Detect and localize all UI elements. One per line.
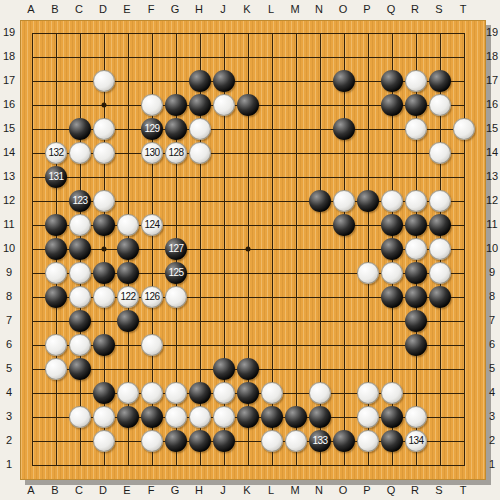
stone-white-D12	[93, 190, 115, 212]
stone-black-K16	[237, 94, 259, 116]
grid-hline	[32, 465, 465, 466]
col-label-top-O: O	[339, 3, 348, 15]
row-label-left-19: 19	[3, 26, 15, 38]
col-label-top-E: E	[123, 3, 130, 15]
stone-black-J5	[213, 358, 235, 380]
stone-black-G10: 127	[165, 238, 187, 260]
stone-white-P3	[357, 406, 379, 428]
go-board[interactable]: 129132130128131123124127125122126133134	[20, 20, 486, 480]
stone-black-Q8	[381, 286, 403, 308]
row-label-left-14: 14	[3, 146, 15, 158]
row-label-right-13: 13	[486, 170, 498, 182]
col-label-bottom-Q: Q	[387, 484, 396, 496]
col-label-bottom-M: M	[290, 484, 299, 496]
stone-white-D3	[93, 406, 115, 428]
stone-white-C8	[69, 286, 91, 308]
move-number-label: 130	[144, 148, 159, 158]
stone-white-E4	[117, 382, 139, 404]
stone-white-H15	[189, 118, 211, 140]
col-label-bottom-C: C	[75, 484, 83, 496]
move-number-label: 127	[168, 244, 183, 254]
stone-white-B14: 132	[45, 142, 67, 164]
stone-black-J17	[213, 70, 235, 92]
stone-white-G4	[165, 382, 187, 404]
col-label-top-Q: Q	[387, 3, 396, 15]
row-label-left-6: 6	[6, 338, 12, 350]
row-label-left-5: 5	[6, 362, 12, 374]
stone-black-R8	[405, 286, 427, 308]
col-label-bottom-H: H	[195, 484, 203, 496]
stone-black-G15	[165, 118, 187, 140]
stone-white-C3	[69, 406, 91, 428]
row-label-left-3: 3	[6, 410, 12, 422]
stone-white-S9	[429, 262, 451, 284]
stone-white-D8	[93, 286, 115, 308]
stone-white-P4	[357, 382, 379, 404]
row-label-right-17: 17	[486, 74, 498, 86]
grid-hline	[32, 321, 465, 322]
stone-white-R3	[405, 406, 427, 428]
stone-black-D11	[93, 214, 115, 236]
move-number-label: 123	[72, 196, 87, 206]
star-point-D10	[102, 247, 107, 252]
row-label-left-15: 15	[3, 122, 15, 134]
stone-white-F11: 124	[141, 214, 163, 236]
col-label-bottom-L: L	[268, 484, 274, 496]
stone-black-G9: 125	[165, 262, 187, 284]
row-label-left-11: 11	[3, 218, 14, 230]
col-label-top-T: T	[460, 3, 467, 15]
row-label-left-7: 7	[6, 314, 12, 326]
stone-white-F14: 130	[141, 142, 163, 164]
move-number-label: 128	[168, 148, 183, 158]
stone-white-D14	[93, 142, 115, 164]
stone-white-C6	[69, 334, 91, 356]
stone-white-T15	[453, 118, 475, 140]
stone-black-D9	[93, 262, 115, 284]
stone-black-M3	[285, 406, 307, 428]
stone-white-P2	[357, 430, 379, 452]
stone-white-Q9	[381, 262, 403, 284]
stone-black-C10	[69, 238, 91, 260]
row-label-right-1: 1	[489, 458, 495, 470]
stone-white-R12	[405, 190, 427, 212]
stone-black-E10	[117, 238, 139, 260]
stone-white-R15	[405, 118, 427, 140]
stone-black-S8	[429, 286, 451, 308]
stone-black-R9	[405, 262, 427, 284]
col-label-top-F: F	[148, 3, 155, 15]
col-label-bottom-E: E	[123, 484, 130, 496]
stone-black-B8	[45, 286, 67, 308]
row-label-right-16: 16	[486, 98, 498, 110]
stone-black-O11	[333, 214, 355, 236]
stone-white-J16	[213, 94, 235, 116]
stone-black-B11	[45, 214, 67, 236]
star-point-K10	[246, 247, 251, 252]
stone-white-N4	[309, 382, 331, 404]
stone-white-G8	[165, 286, 187, 308]
row-label-left-12: 12	[3, 194, 15, 206]
stone-black-E9	[117, 262, 139, 284]
row-label-right-15: 15	[486, 122, 498, 134]
col-label-top-H: H	[195, 3, 203, 15]
stone-black-H4	[189, 382, 211, 404]
row-label-left-2: 2	[6, 434, 12, 446]
stone-black-Q11	[381, 214, 403, 236]
go-game-screenshot: { "game": "go", "board": { "size": 19, "…	[0, 0, 500, 500]
col-label-top-D: D	[99, 3, 107, 15]
stone-black-R6	[405, 334, 427, 356]
row-label-left-8: 8	[6, 290, 12, 302]
stone-white-D2	[93, 430, 115, 452]
stone-white-E11	[117, 214, 139, 236]
move-number-label: 131	[48, 172, 63, 182]
stone-white-Q12	[381, 190, 403, 212]
row-label-right-10: 10	[486, 242, 498, 254]
grid-vline	[344, 33, 345, 466]
stone-black-N3	[309, 406, 331, 428]
row-label-right-5: 5	[489, 362, 495, 374]
stone-white-Q4	[381, 382, 403, 404]
col-label-bottom-G: G	[171, 484, 180, 496]
move-number-label: 129	[144, 124, 159, 134]
grid-vline	[296, 33, 297, 466]
col-label-bottom-B: B	[51, 484, 58, 496]
col-label-top-L: L	[268, 3, 274, 15]
stone-black-H2	[189, 430, 211, 452]
move-number-label: 134	[408, 436, 423, 446]
stone-black-C5	[69, 358, 91, 380]
stone-black-G16	[165, 94, 187, 116]
stone-black-R7	[405, 310, 427, 332]
row-label-right-9: 9	[489, 266, 495, 278]
col-label-top-R: R	[411, 3, 419, 15]
stone-black-Q10	[381, 238, 403, 260]
row-label-left-17: 17	[3, 74, 15, 86]
stone-white-C11	[69, 214, 91, 236]
col-label-bottom-J: J	[220, 484, 226, 496]
stone-white-B9	[45, 262, 67, 284]
col-label-top-J: J	[220, 3, 226, 15]
stone-white-E8: 122	[117, 286, 139, 308]
stone-white-B6	[45, 334, 67, 356]
stone-black-P12	[357, 190, 379, 212]
stone-white-R2: 134	[405, 430, 427, 452]
row-label-left-16: 16	[3, 98, 15, 110]
stone-black-C15	[69, 118, 91, 140]
col-label-top-G: G	[171, 3, 180, 15]
stone-black-J2	[213, 430, 235, 452]
stone-white-F4	[141, 382, 163, 404]
stone-black-O15	[333, 118, 355, 140]
move-number-label: 133	[312, 436, 327, 446]
stone-white-F8: 126	[141, 286, 163, 308]
stone-white-C9	[69, 262, 91, 284]
stone-black-L3	[261, 406, 283, 428]
row-label-left-10: 10	[3, 242, 15, 254]
move-number-label: 124	[144, 220, 159, 230]
move-number-label: 122	[120, 292, 135, 302]
col-label-top-A: A	[27, 3, 34, 15]
row-label-right-3: 3	[489, 410, 495, 422]
stone-white-S14	[429, 142, 451, 164]
stone-black-Q16	[381, 94, 403, 116]
stone-white-L4	[261, 382, 283, 404]
stone-black-S11	[429, 214, 451, 236]
stone-black-O17	[333, 70, 355, 92]
col-label-bottom-R: R	[411, 484, 419, 496]
stone-white-R10	[405, 238, 427, 260]
row-label-right-18: 18	[486, 50, 498, 62]
stone-black-R11	[405, 214, 427, 236]
stone-white-J3	[213, 406, 235, 428]
stone-black-E3	[117, 406, 139, 428]
stone-white-H14	[189, 142, 211, 164]
grid-vline	[464, 33, 465, 466]
row-label-right-12: 12	[486, 194, 498, 206]
row-label-left-18: 18	[3, 50, 15, 62]
stone-black-D6	[93, 334, 115, 356]
stone-white-F2	[141, 430, 163, 452]
stone-white-M2	[285, 430, 307, 452]
stone-white-O12	[333, 190, 355, 212]
row-label-right-6: 6	[489, 338, 495, 350]
stone-white-J4	[213, 382, 235, 404]
stone-black-O2	[333, 430, 355, 452]
row-label-right-8: 8	[489, 290, 495, 302]
col-label-bottom-P: P	[363, 484, 370, 496]
move-number-label: 126	[144, 292, 159, 302]
col-label-top-N: N	[315, 3, 323, 15]
stone-black-D4	[93, 382, 115, 404]
stone-white-P9	[357, 262, 379, 284]
stone-black-N2: 133	[309, 430, 331, 452]
stone-white-G14: 128	[165, 142, 187, 164]
row-label-right-19: 19	[486, 26, 498, 38]
stone-black-N12	[309, 190, 331, 212]
col-label-bottom-F: F	[148, 484, 155, 496]
stone-black-C7	[69, 310, 91, 332]
col-label-bottom-T: T	[460, 484, 467, 496]
stone-white-F16	[141, 94, 163, 116]
col-label-top-P: P	[363, 3, 370, 15]
col-label-top-B: B	[51, 3, 58, 15]
row-label-right-2: 2	[489, 434, 495, 446]
stone-black-K4	[237, 382, 259, 404]
stone-white-L2	[261, 430, 283, 452]
move-number-label: 125	[168, 268, 183, 278]
row-label-right-7: 7	[489, 314, 495, 326]
col-label-bottom-N: N	[315, 484, 323, 496]
row-label-right-14: 14	[486, 146, 498, 158]
stone-black-F15: 129	[141, 118, 163, 140]
stone-black-H16	[189, 94, 211, 116]
row-label-right-11: 11	[486, 218, 497, 230]
row-label-left-1: 1	[6, 458, 12, 470]
stone-black-H17	[189, 70, 211, 92]
row-label-left-13: 13	[3, 170, 15, 182]
col-label-bottom-S: S	[435, 484, 442, 496]
stone-black-C12: 123	[69, 190, 91, 212]
stone-white-D17	[93, 70, 115, 92]
stone-white-R17	[405, 70, 427, 92]
stone-white-F6	[141, 334, 163, 356]
stone-white-B5	[45, 358, 67, 380]
stone-black-K5	[237, 358, 259, 380]
col-label-bottom-K: K	[243, 484, 250, 496]
col-label-top-S: S	[435, 3, 442, 15]
col-label-top-K: K	[243, 3, 250, 15]
stone-black-E7	[117, 310, 139, 332]
stone-black-G2	[165, 430, 187, 452]
stone-black-K3	[237, 406, 259, 428]
row-label-left-4: 4	[6, 386, 12, 398]
stone-white-H3	[189, 406, 211, 428]
stone-white-C14	[69, 142, 91, 164]
stone-white-S16	[429, 94, 451, 116]
col-label-top-M: M	[290, 3, 299, 15]
row-label-right-4: 4	[489, 386, 495, 398]
stone-white-S10	[429, 238, 451, 260]
col-label-bottom-D: D	[99, 484, 107, 496]
stone-black-S17	[429, 70, 451, 92]
stone-black-Q3	[381, 406, 403, 428]
star-point-D16	[102, 103, 107, 108]
stone-black-Q2	[381, 430, 403, 452]
stone-black-Q17	[381, 70, 403, 92]
stone-black-R16	[405, 94, 427, 116]
stone-white-G3	[165, 406, 187, 428]
stone-white-S12	[429, 190, 451, 212]
stone-black-B10	[45, 238, 67, 260]
col-label-bottom-A: A	[27, 484, 34, 496]
stone-black-B13: 131	[45, 166, 67, 188]
move-number-label: 132	[48, 148, 63, 158]
stone-black-F3	[141, 406, 163, 428]
row-label-left-9: 9	[6, 266, 12, 278]
col-label-top-C: C	[75, 3, 83, 15]
stone-white-D15	[93, 118, 115, 140]
col-label-bottom-O: O	[339, 484, 348, 496]
